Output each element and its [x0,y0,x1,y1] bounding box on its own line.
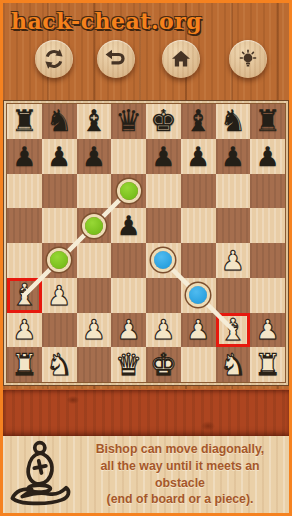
board-frame: ♜♞♝♛♚♝♞♜♟♟♟♟♟♟♟♟♟♝♟♟♟♟♟♟♝♟♜♞♛♚♞♜ [3,100,289,386]
undo-button[interactable] [97,40,135,78]
piece-black-pawn[interactable]: ♟ [77,139,112,174]
piece-white-pawn[interactable]: ♟ [77,313,112,348]
home-button[interactable] [162,40,200,78]
piece-white-pawn[interactable]: ♟ [111,313,146,348]
piece-black-pawn[interactable]: ♟ [250,139,285,174]
square-c8[interactable]: ♝ [77,104,112,139]
square-c4[interactable] [77,243,112,278]
piece-black-knight[interactable]: ♞ [42,104,77,139]
square-e8[interactable]: ♚ [146,104,181,139]
square-g1[interactable]: ♞ [216,347,251,382]
piece-black-king[interactable]: ♚ [146,104,181,139]
square-d5[interactable]: ♟ [111,208,146,243]
piece-white-pawn[interactable]: ♟ [42,278,77,313]
piece-black-pawn[interactable]: ♟ [181,139,216,174]
square-e6[interactable] [146,174,181,209]
square-e3[interactable] [146,278,181,313]
square-f2[interactable]: ♟ [181,313,216,348]
square-h3[interactable] [250,278,285,313]
square-d2[interactable]: ♟ [111,313,146,348]
chess-board: ♜♞♝♛♚♝♞♜♟♟♟♟♟♟♟♟♟♝♟♟♟♟♟♟♝♟♜♞♛♚♞♜ [7,104,285,382]
square-d7[interactable] [111,139,146,174]
square-f8[interactable]: ♝ [181,104,216,139]
lightbulb-icon [236,47,260,71]
piece-white-queen[interactable]: ♛ [111,347,146,382]
hint-button[interactable] [229,40,267,78]
piece-black-bishop[interactable]: ♝ [181,104,216,139]
square-h8[interactable]: ♜ [250,104,285,139]
square-h5[interactable] [250,208,285,243]
piece-white-pawn[interactable]: ♟ [146,313,181,348]
piece-white-rook[interactable]: ♜ [7,347,42,382]
piece-white-bishop[interactable]: ♝ [7,278,42,313]
square-b7[interactable]: ♟ [42,139,77,174]
tutorial-text: Bishop can move diagonally, all the way … [75,441,289,508]
piece-white-king[interactable]: ♚ [146,347,181,382]
tutorial-line-1: Bishop can move diagonally, [75,441,285,458]
square-a3[interactable]: ♝ [7,278,42,313]
bishop-in-hand-icon [9,439,75,511]
square-b6[interactable] [42,174,77,209]
square-f1[interactable] [181,347,216,382]
square-d4[interactable] [111,243,146,278]
square-h2[interactable]: ♟ [250,313,285,348]
square-h1[interactable]: ♜ [250,347,285,382]
piece-white-bishop[interactable]: ♝ [216,313,251,348]
piece-white-pawn[interactable]: ♟ [7,313,42,348]
move-dot-d6[interactable] [120,182,138,200]
tutorial-panel: Bishop can move diagonally, all the way … [3,436,289,513]
piece-black-rook[interactable]: ♜ [250,104,285,139]
tutorial-line-2: all the way until it meets an obstacle [75,458,285,492]
square-a5[interactable] [7,208,42,243]
piece-white-pawn[interactable]: ♟ [250,313,285,348]
square-g6[interactable] [216,174,251,209]
square-e1[interactable]: ♚ [146,347,181,382]
square-f4[interactable] [181,243,216,278]
square-e5[interactable] [146,208,181,243]
square-f7[interactable]: ♟ [181,139,216,174]
app-screen: hack-cheat.org [0,0,292,516]
piece-white-pawn[interactable]: ♟ [216,243,251,278]
piece-black-queen[interactable]: ♛ [111,104,146,139]
square-g8[interactable]: ♞ [216,104,251,139]
square-g3[interactable] [216,278,251,313]
piece-white-knight[interactable]: ♞ [216,347,251,382]
piece-black-rook[interactable]: ♜ [7,104,42,139]
piece-black-pawn[interactable]: ♟ [111,208,146,243]
piece-black-bishop[interactable]: ♝ [77,104,112,139]
tutorial-line-3: (end of board or a piece). [75,491,285,508]
piece-white-knight[interactable]: ♞ [42,347,77,382]
square-f6[interactable] [181,174,216,209]
square-g7[interactable]: ♟ [216,139,251,174]
undo-icon [104,47,128,71]
square-c2[interactable]: ♟ [77,313,112,348]
square-d8[interactable]: ♛ [111,104,146,139]
square-c7[interactable]: ♟ [77,139,112,174]
square-a2[interactable]: ♟ [7,313,42,348]
square-c6[interactable] [77,174,112,209]
piece-black-pawn[interactable]: ♟ [7,139,42,174]
square-a8[interactable]: ♜ [7,104,42,139]
square-b1[interactable]: ♞ [42,347,77,382]
square-e2[interactable]: ♟ [146,313,181,348]
square-a6[interactable] [7,174,42,209]
square-d3[interactable] [111,278,146,313]
square-c3[interactable] [77,278,112,313]
piece-black-knight[interactable]: ♞ [216,104,251,139]
restart-button[interactable] [35,40,73,78]
refresh-icon [42,47,66,71]
square-b8[interactable]: ♞ [42,104,77,139]
square-g5[interactable] [216,208,251,243]
square-a7[interactable]: ♟ [7,139,42,174]
square-g2[interactable]: ♝ [216,313,251,348]
square-f5[interactable] [181,208,216,243]
square-a4[interactable] [7,243,42,278]
move-dot-c5[interactable] [85,217,103,235]
square-d1[interactable]: ♛ [111,347,146,382]
piece-white-pawn[interactable]: ♟ [181,313,216,348]
square-a1[interactable]: ♜ [7,347,42,382]
square-b2[interactable] [42,313,77,348]
square-b3[interactable]: ♟ [42,278,77,313]
piece-black-pawn[interactable]: ♟ [146,139,181,174]
piece-black-pawn[interactable]: ♟ [42,139,77,174]
site-watermark: hack-cheat.org [11,8,202,34]
home-icon [169,47,193,71]
square-c1[interactable] [77,347,112,382]
square-h7[interactable]: ♟ [250,139,285,174]
square-h6[interactable] [250,174,285,209]
wood-band [3,389,289,437]
piece-white-rook[interactable]: ♜ [250,347,285,382]
square-b5[interactable] [42,208,77,243]
square-h4[interactable] [250,243,285,278]
piece-black-pawn[interactable]: ♟ [216,139,251,174]
square-e7[interactable]: ♟ [146,139,181,174]
square-g4[interactable]: ♟ [216,243,251,278]
